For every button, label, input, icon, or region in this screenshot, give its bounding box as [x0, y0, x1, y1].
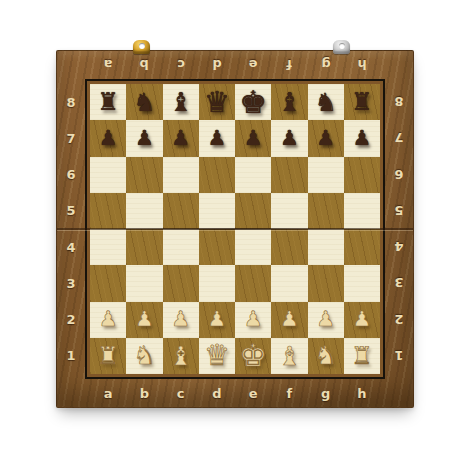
- file-label: e: [235, 55, 271, 75]
- square-d3[interactable]: [199, 265, 235, 301]
- square-e3[interactable]: [235, 265, 271, 301]
- square-f5[interactable]: [271, 193, 307, 229]
- file-label: d: [199, 383, 235, 403]
- file-label: c: [163, 383, 199, 403]
- file-labels-top: abcdefgh: [90, 55, 380, 75]
- rank-label: 5: [61, 193, 81, 229]
- black-pawn[interactable]: ♟: [280, 128, 299, 149]
- square-e6[interactable]: [235, 157, 271, 193]
- white-queen[interactable]: ♛: [204, 341, 230, 370]
- square-c3[interactable]: [163, 265, 199, 301]
- black-queen[interactable]: ♛: [204, 88, 230, 117]
- rank-label: 5: [389, 193, 409, 229]
- square-f8[interactable]: ♝: [271, 84, 307, 120]
- square-c7[interactable]: ♟: [163, 120, 199, 156]
- rank-label: 8: [61, 84, 81, 120]
- square-g6[interactable]: [308, 157, 344, 193]
- black-pawn[interactable]: ♟: [207, 128, 226, 149]
- square-e1[interactable]: ♚: [235, 338, 271, 374]
- white-bishop[interactable]: ♝: [278, 343, 301, 369]
- black-pawn[interactable]: ♟: [99, 128, 118, 149]
- square-g2[interactable]: ♟: [308, 302, 344, 338]
- white-rook[interactable]: ♜: [97, 344, 119, 368]
- square-f7[interactable]: ♟: [271, 120, 307, 156]
- rank-label: 2: [61, 302, 81, 338]
- file-label: c: [163, 55, 199, 75]
- square-h1[interactable]: ♜: [344, 338, 380, 374]
- rank-label: 4: [61, 229, 81, 265]
- square-a5[interactable]: [90, 193, 126, 229]
- file-label: g: [308, 383, 344, 403]
- rank-label: 3: [61, 265, 81, 301]
- file-label: h: [344, 383, 380, 403]
- square-b2[interactable]: ♟: [126, 302, 162, 338]
- product-photo-background: abcdefgh abcdefgh 87654321 87654321 ♜♞♝♛…: [0, 0, 465, 465]
- file-label: a: [90, 55, 126, 75]
- file-label: f: [271, 55, 307, 75]
- square-h3[interactable]: [344, 265, 380, 301]
- white-knight[interactable]: ♞: [314, 343, 336, 368]
- black-pawn[interactable]: ♟: [171, 128, 190, 149]
- square-h6[interactable]: [344, 157, 380, 193]
- square-e7[interactable]: ♟: [235, 120, 271, 156]
- black-bishop[interactable]: ♝: [278, 89, 301, 115]
- square-b1[interactable]: ♞: [126, 338, 162, 374]
- white-pawn[interactable]: ♟: [280, 309, 299, 330]
- rank-label: 4: [389, 229, 409, 265]
- file-label: h: [344, 55, 380, 75]
- square-e8[interactable]: ♚: [235, 84, 271, 120]
- square-e4[interactable]: [235, 229, 271, 265]
- square-f6[interactable]: [271, 157, 307, 193]
- square-h7[interactable]: ♟: [344, 120, 380, 156]
- square-b7[interactable]: ♟: [126, 120, 162, 156]
- square-b3[interactable]: [126, 265, 162, 301]
- square-f2[interactable]: ♟: [271, 302, 307, 338]
- square-b6[interactable]: [126, 157, 162, 193]
- square-c6[interactable]: [163, 157, 199, 193]
- square-c8[interactable]: ♝: [163, 84, 199, 120]
- white-rook[interactable]: ♜: [351, 344, 373, 368]
- silver-hinge-icon: [333, 40, 350, 54]
- fold-seam: [57, 228, 413, 230]
- square-d1[interactable]: ♛: [199, 338, 235, 374]
- black-rook[interactable]: ♜: [351, 90, 373, 114]
- square-d7[interactable]: ♟: [199, 120, 235, 156]
- hinge-hole-icon: [339, 43, 345, 49]
- black-pawn[interactable]: ♟: [316, 128, 335, 149]
- black-knight[interactable]: ♞: [133, 90, 155, 115]
- square-a3[interactable]: [90, 265, 126, 301]
- square-g8[interactable]: ♞: [308, 84, 344, 120]
- square-d2[interactable]: ♟: [199, 302, 235, 338]
- square-h5[interactable]: [344, 193, 380, 229]
- square-h2[interactable]: ♟: [344, 302, 380, 338]
- black-rook[interactable]: ♜: [97, 90, 119, 114]
- square-b8[interactable]: ♞: [126, 84, 162, 120]
- square-f1[interactable]: ♝: [271, 338, 307, 374]
- square-d5[interactable]: [199, 193, 235, 229]
- rank-label: 6: [389, 157, 409, 193]
- square-c5[interactable]: [163, 193, 199, 229]
- square-g1[interactable]: ♞: [308, 338, 344, 374]
- square-d8[interactable]: ♛: [199, 84, 235, 120]
- white-knight[interactable]: ♞: [133, 343, 155, 368]
- square-b5[interactable]: [126, 193, 162, 229]
- file-label: b: [126, 383, 162, 403]
- square-f4[interactable]: [271, 229, 307, 265]
- square-e5[interactable]: [235, 193, 271, 229]
- chess-board: abcdefgh abcdefgh 87654321 87654321 ♜♞♝♛…: [56, 50, 414, 408]
- square-a4[interactable]: [90, 229, 126, 265]
- white-pawn[interactable]: ♟: [244, 309, 263, 330]
- black-bishop[interactable]: ♝: [169, 89, 192, 115]
- black-pawn[interactable]: ♟: [135, 128, 154, 149]
- white-pawn[interactable]: ♟: [99, 309, 118, 330]
- square-d4[interactable]: [199, 229, 235, 265]
- rank-label: 7: [61, 120, 81, 156]
- white-king[interactable]: ♚: [239, 340, 267, 371]
- rank-label: 6: [61, 157, 81, 193]
- rank-label: 2: [389, 302, 409, 338]
- square-h4[interactable]: [344, 229, 380, 265]
- white-pawn[interactable]: ♟: [171, 309, 190, 330]
- file-label: d: [199, 55, 235, 75]
- square-a8[interactable]: ♜: [90, 84, 126, 120]
- square-f3[interactable]: [271, 265, 307, 301]
- square-g3[interactable]: [308, 265, 344, 301]
- square-g7[interactable]: ♟: [308, 120, 344, 156]
- square-h8[interactable]: ♜: [344, 84, 380, 120]
- rank-label: 1: [61, 338, 81, 374]
- square-d6[interactable]: [199, 157, 235, 193]
- square-c4[interactable]: [163, 229, 199, 265]
- hinge-hole-icon: [139, 43, 145, 49]
- rank-label: 1: [389, 338, 409, 374]
- file-labels-bottom: abcdefgh: [90, 383, 380, 403]
- white-pawn[interactable]: ♟: [316, 309, 335, 330]
- white-pawn[interactable]: ♟: [207, 309, 226, 330]
- brass-hinge-icon: [133, 40, 150, 54]
- square-a7[interactable]: ♟: [90, 120, 126, 156]
- white-pawn[interactable]: ♟: [352, 309, 371, 330]
- rank-label: 7: [389, 120, 409, 156]
- file-label: b: [126, 55, 162, 75]
- square-b4[interactable]: [126, 229, 162, 265]
- square-g5[interactable]: [308, 193, 344, 229]
- square-a1[interactable]: ♜: [90, 338, 126, 374]
- white-bishop[interactable]: ♝: [169, 343, 192, 369]
- file-label: e: [235, 383, 271, 403]
- black-pawn[interactable]: ♟: [352, 128, 371, 149]
- square-c1[interactable]: ♝: [163, 338, 199, 374]
- square-c2[interactable]: ♟: [163, 302, 199, 338]
- black-knight[interactable]: ♞: [314, 90, 336, 115]
- file-label: g: [308, 55, 344, 75]
- rank-label: 3: [389, 265, 409, 301]
- rank-label: 8: [389, 84, 409, 120]
- square-a6[interactable]: [90, 157, 126, 193]
- square-e2[interactable]: ♟: [235, 302, 271, 338]
- square-g4[interactable]: [308, 229, 344, 265]
- black-pawn[interactable]: ♟: [244, 128, 263, 149]
- file-label: a: [90, 383, 126, 403]
- black-king[interactable]: ♚: [239, 87, 267, 118]
- square-a2[interactable]: ♟: [90, 302, 126, 338]
- file-label: f: [271, 383, 307, 403]
- white-pawn[interactable]: ♟: [135, 309, 154, 330]
